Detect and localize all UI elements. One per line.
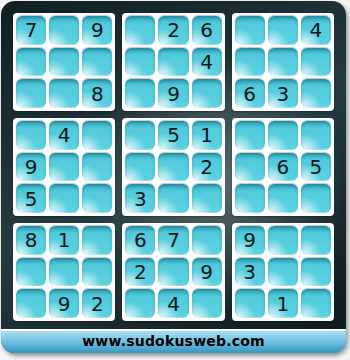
cell-r5c7[interactable] [235,153,265,182]
cell-r4c8[interactable] [268,121,298,150]
cell-r8c2[interactable] [49,258,79,287]
cell-r3c9[interactable] [301,79,331,108]
cell-r5c3[interactable] [82,153,112,182]
cell-r4c5[interactable]: 5 [158,121,188,150]
cell-r5c2[interactable] [49,153,79,182]
cell-r2c1[interactable] [16,48,46,77]
cell-r3c2[interactable] [49,79,79,108]
cell-r5c6[interactable]: 2 [192,153,222,182]
box-6: 65 [232,118,334,216]
cell-r2c3[interactable] [82,48,112,77]
box-4: 495 [13,118,115,216]
cell-r3c5[interactable]: 9 [158,79,188,108]
footer-bar: www.sudokusweb.com [1,329,346,353]
cell-r9c9[interactable] [301,289,331,318]
cell-r6c6[interactable] [192,184,222,213]
cell-r8c8[interactable] [268,258,298,287]
cell-r6c9[interactable] [301,184,331,213]
cell-r6c4[interactable]: 3 [125,184,155,213]
cell-r4c3[interactable] [82,121,112,150]
cell-r9c6[interactable] [192,289,222,318]
box-8: 67294 [122,223,224,321]
cell-r4c6[interactable]: 1 [192,121,222,150]
cell-r3c8[interactable]: 3 [268,79,298,108]
cell-r2c6[interactable]: 4 [192,48,222,77]
cell-r4c9[interactable] [301,121,331,150]
sudoku-board: 7982649463495512365819267294931 www.sudo… [1,1,346,353]
cell-r6c2[interactable] [49,184,79,213]
cell-r8c4[interactable]: 2 [125,258,155,287]
cell-r8c1[interactable] [16,258,46,287]
cell-r1c8[interactable] [268,16,298,45]
cell-r2c4[interactable] [125,48,155,77]
cell-r2c2[interactable] [49,48,79,77]
cell-r9c1[interactable] [16,289,46,318]
cell-r9c7[interactable] [235,289,265,318]
site-url: www.sudokusweb.com [82,333,265,349]
cell-r1c4[interactable] [125,16,155,45]
cell-r2c7[interactable] [235,48,265,77]
cell-r1c2[interactable] [49,16,79,45]
cell-r7c2[interactable]: 1 [49,226,79,255]
cell-r2c9[interactable] [301,48,331,77]
cell-r7c5[interactable]: 7 [158,226,188,255]
cell-r8c6[interactable]: 9 [192,258,222,287]
cell-r3c3[interactable]: 8 [82,79,112,108]
cell-r7c7[interactable]: 9 [235,226,265,255]
cell-r9c5[interactable]: 4 [158,289,188,318]
cell-r1c1[interactable]: 7 [16,16,46,45]
cell-r6c5[interactable] [158,184,188,213]
sudoku-grid: 7982649463495512365819267294931 [1,1,346,329]
cell-r3c7[interactable]: 6 [235,79,265,108]
cell-r8c3[interactable] [82,258,112,287]
cell-r9c4[interactable] [125,289,155,318]
cell-r4c7[interactable] [235,121,265,150]
cell-r2c8[interactable] [268,48,298,77]
cell-r5c8[interactable]: 6 [268,153,298,182]
box-5: 5123 [122,118,224,216]
cell-r6c7[interactable] [235,184,265,213]
cell-r6c1[interactable]: 5 [16,184,46,213]
cell-r2c5[interactable] [158,48,188,77]
cell-r8c5[interactable] [158,258,188,287]
cell-r5c1[interactable]: 9 [16,153,46,182]
cell-r1c7[interactable] [235,16,265,45]
cell-r4c2[interactable]: 4 [49,121,79,150]
cell-r5c4[interactable] [125,153,155,182]
cell-r3c6[interactable] [192,79,222,108]
cell-r1c3[interactable]: 9 [82,16,112,45]
cell-r9c2[interactable]: 9 [49,289,79,318]
cell-r1c9[interactable]: 4 [301,16,331,45]
cell-r7c4[interactable]: 6 [125,226,155,255]
cell-r1c5[interactable]: 2 [158,16,188,45]
cell-r6c3[interactable] [82,184,112,213]
box-3: 463 [232,13,334,111]
box-2: 2649 [122,13,224,111]
box-7: 8192 [13,223,115,321]
cell-r9c3[interactable]: 2 [82,289,112,318]
cell-r3c1[interactable] [16,79,46,108]
cell-r4c4[interactable] [125,121,155,150]
cell-r9c8[interactable]: 1 [268,289,298,318]
cell-r7c9[interactable] [301,226,331,255]
cell-r8c9[interactable] [301,258,331,287]
cell-r8c7[interactable]: 3 [235,258,265,287]
box-9: 931 [232,223,334,321]
cell-r7c1[interactable]: 8 [16,226,46,255]
cell-r7c8[interactable] [268,226,298,255]
cell-r3c4[interactable] [125,79,155,108]
cell-r4c1[interactable] [16,121,46,150]
cell-r1c6[interactable]: 6 [192,16,222,45]
page-background: 7982649463495512365819267294931 www.sudo… [0,0,350,360]
cell-r5c5[interactable] [158,153,188,182]
cell-r7c3[interactable] [82,226,112,255]
cell-r6c8[interactable] [268,184,298,213]
cell-r7c6[interactable] [192,226,222,255]
cell-r5c9[interactable]: 5 [301,153,331,182]
box-1: 798 [13,13,115,111]
